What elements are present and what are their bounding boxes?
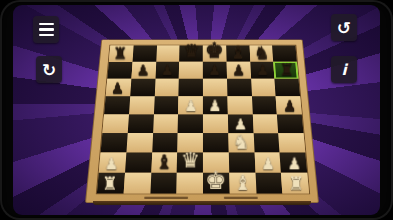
square-c5[interactable] [153, 96, 178, 114]
square-a8[interactable]: ♜ [109, 45, 134, 61]
square-a4[interactable] [102, 114, 128, 133]
square-c7[interactable]: ♟ [155, 62, 179, 79]
square-f2[interactable] [229, 153, 256, 173]
white-rook[interactable]: ♜ [288, 175, 304, 193]
black-pawn[interactable]: ♟ [208, 64, 221, 78]
square-c1[interactable] [150, 173, 177, 194]
square-g3[interactable] [253, 133, 279, 152]
black-rook[interactable]: ♜ [279, 62, 293, 78]
square-a2[interactable]: ♟ [99, 153, 126, 173]
square-b7[interactable]: ♟ [131, 62, 156, 79]
menu-button[interactable] [33, 16, 59, 43]
square-c6[interactable] [154, 79, 179, 97]
square-d4[interactable] [178, 114, 203, 133]
square-c4[interactable] [153, 114, 179, 133]
square-f1[interactable]: ♝ [229, 173, 256, 194]
square-f7[interactable]: ♟ [226, 62, 250, 79]
square-d1[interactable] [176, 173, 203, 194]
square-e4[interactable] [203, 114, 228, 133]
white-pawn[interactable]: ♟ [105, 156, 119, 172]
rotate-icon: ↻ [42, 60, 56, 80]
black-rook[interactable]: ♜ [114, 45, 128, 61]
chessboard[interactable]: ♜♛♚♝♞♟♟♟♟♟♜♟♟♟♟♟♞♟♝♛♟♟♜♚♝♜ [96, 45, 310, 194]
rotate-board-button[interactable]: ↻ [36, 56, 62, 83]
white-bishop[interactable]: ♝ [234, 173, 252, 193]
square-h1[interactable]: ♜ [281, 173, 309, 194]
black-knight[interactable]: ♞ [254, 44, 270, 62]
square-h7[interactable]: ♜ [273, 62, 298, 79]
square-f3[interactable]: ♞ [228, 133, 254, 152]
square-a3[interactable] [101, 133, 128, 152]
info-icon: i [341, 61, 346, 79]
square-h5[interactable]: ♟ [276, 96, 302, 114]
square-g6[interactable] [251, 79, 276, 97]
square-b1[interactable] [123, 173, 150, 194]
white-knight[interactable]: ♞ [233, 133, 250, 152]
square-h2[interactable]: ♟ [280, 153, 307, 173]
square-b2[interactable] [125, 153, 152, 173]
square-a1[interactable]: ♜ [97, 173, 125, 194]
board-frame: ♜♛♚♝♞♟♟♟♟♟♜♟♟♟♟♟♞♟♝♛♟♟♜♚♝♜ [85, 40, 319, 203]
square-f5[interactable] [227, 96, 252, 114]
square-d5[interactable]: ♟ [178, 96, 203, 114]
square-b4[interactable] [127, 114, 153, 133]
square-b5[interactable] [129, 96, 155, 114]
square-b8[interactable] [132, 45, 156, 61]
board-tilt: ♜♛♚♝♞♟♟♟♟♟♜♟♟♟♟♟♞♟♝♛♟♟♜♚♝♜ [85, 40, 319, 203]
app-window: ♜♛♚♝♞♟♟♟♟♟♜♟♟♟♟♟♞♟♝♛♟♟♜♚♝♜ ↻ ↺ i [0, 0, 393, 220]
white-pawn[interactable]: ♟ [184, 99, 197, 114]
game-screen: ♜♛♚♝♞♟♟♟♟♟♜♟♟♟♟♟♞♟♝♛♟♟♜♚♝♜ ↻ ↺ i [13, 5, 380, 215]
square-a6[interactable]: ♟ [106, 79, 131, 97]
square-d2[interactable]: ♛ [177, 153, 203, 173]
black-pawn[interactable]: ♟ [256, 64, 269, 78]
black-pawn[interactable]: ♟ [232, 64, 245, 78]
board-front-edge [93, 201, 311, 205]
square-b3[interactable] [126, 133, 152, 152]
undo-icon: ↺ [337, 18, 351, 38]
frame-marking-left [144, 197, 188, 199]
menu-icon [39, 23, 54, 25]
black-pawn[interactable]: ♟ [111, 81, 124, 96]
black-bishop[interactable]: ♝ [230, 44, 246, 62]
black-queen[interactable]: ♛ [182, 42, 199, 61]
square-g7[interactable]: ♟ [250, 62, 275, 79]
white-queen[interactable]: ♛ [180, 150, 199, 171]
square-f6[interactable] [227, 79, 252, 97]
square-g2[interactable]: ♟ [254, 153, 281, 173]
white-pawn[interactable]: ♟ [287, 156, 301, 172]
square-a5[interactable] [104, 96, 130, 114]
square-d6[interactable] [179, 79, 203, 97]
frame-marking-right [224, 197, 258, 199]
square-g1[interactable] [255, 173, 283, 194]
white-pawn[interactable]: ♟ [209, 99, 222, 114]
square-g5[interactable] [252, 96, 278, 114]
undo-button[interactable]: ↺ [331, 14, 357, 41]
white-king[interactable]: ♚ [206, 169, 227, 193]
square-e5[interactable]: ♟ [203, 96, 228, 114]
white-rook[interactable]: ♜ [102, 175, 118, 193]
chessboard-scene: ♜♛♚♝♞♟♟♟♟♟♜♟♟♟♟♟♞♟♝♛♟♟♜♚♝♜ [85, 7, 319, 203]
square-d7[interactable] [179, 62, 203, 79]
square-e8[interactable]: ♚ [203, 45, 227, 61]
black-pawn[interactable]: ♟ [283, 99, 296, 114]
black-pawn[interactable]: ♟ [161, 64, 174, 78]
square-g8[interactable]: ♞ [249, 45, 273, 61]
square-h4[interactable] [277, 114, 303, 133]
white-pawn[interactable]: ♟ [261, 156, 275, 172]
black-king[interactable]: ♚ [205, 40, 224, 61]
square-h6[interactable] [275, 79, 301, 97]
black-pawn[interactable]: ♟ [137, 64, 150, 78]
square-e6[interactable] [203, 79, 227, 97]
square-g4[interactable] [252, 114, 278, 133]
square-a7[interactable] [107, 62, 132, 79]
square-f8[interactable]: ♝ [226, 45, 250, 61]
square-c2[interactable]: ♝ [151, 153, 177, 173]
square-h3[interactable] [278, 133, 305, 152]
square-b6[interactable] [130, 79, 155, 97]
square-e1[interactable]: ♚ [203, 173, 230, 194]
black-bishop[interactable]: ♝ [155, 152, 172, 171]
square-e3[interactable] [203, 133, 229, 152]
square-e7[interactable]: ♟ [203, 62, 227, 79]
info-button[interactable]: i [331, 56, 357, 83]
square-d8[interactable]: ♛ [179, 45, 203, 61]
square-c8[interactable] [156, 45, 180, 61]
